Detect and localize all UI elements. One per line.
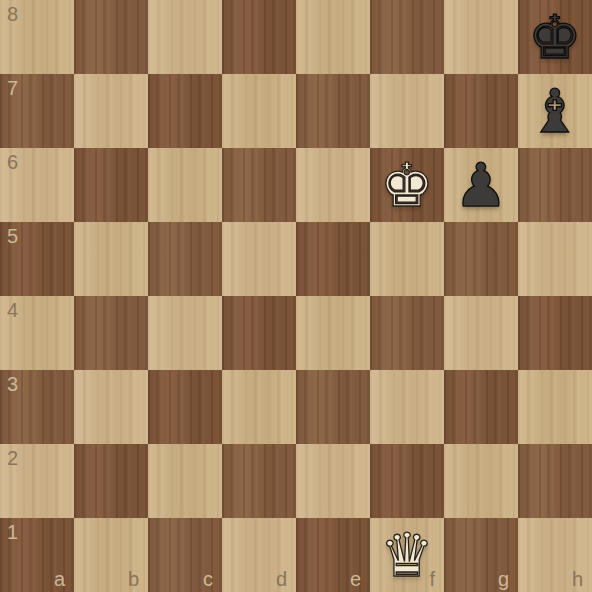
square-g4[interactable]	[444, 296, 518, 370]
square-f7[interactable]	[370, 74, 444, 148]
square-e5[interactable]	[296, 222, 370, 296]
square-e1[interactable]: e	[296, 518, 370, 592]
square-g1[interactable]: g	[444, 518, 518, 592]
square-h5[interactable]	[518, 222, 592, 296]
square-c6[interactable]	[148, 148, 222, 222]
piece-black-pawn-g6[interactable]: ♟	[444, 148, 518, 222]
square-a3[interactable]: 3	[0, 370, 74, 444]
square-c2[interactable]	[148, 444, 222, 518]
chess-board: 8♚7♝6♚♟54321abcdef♛gh	[0, 0, 592, 592]
square-d2[interactable]	[222, 444, 296, 518]
rank-label-6: 6	[7, 152, 18, 172]
square-g6[interactable]: ♟	[444, 148, 518, 222]
square-f4[interactable]	[370, 296, 444, 370]
square-d6[interactable]	[222, 148, 296, 222]
file-label-e: e	[350, 569, 361, 589]
square-f8[interactable]	[370, 0, 444, 74]
file-label-g: g	[498, 569, 509, 589]
square-g5[interactable]	[444, 222, 518, 296]
square-b4[interactable]	[74, 296, 148, 370]
square-h3[interactable]	[518, 370, 592, 444]
square-g3[interactable]	[444, 370, 518, 444]
square-h4[interactable]	[518, 296, 592, 370]
rank-label-8: 8	[7, 4, 18, 24]
rank-label-5: 5	[7, 226, 18, 246]
rank-label-1: 1	[7, 522, 18, 542]
square-b7[interactable]	[74, 74, 148, 148]
square-c7[interactable]	[148, 74, 222, 148]
chess-board-wrap: 8♚7♝6♚♟54321abcdef♛gh	[0, 0, 592, 592]
square-a8[interactable]: 8	[0, 0, 74, 74]
rank-label-3: 3	[7, 374, 18, 394]
square-c4[interactable]	[148, 296, 222, 370]
square-b3[interactable]	[74, 370, 148, 444]
square-d3[interactable]	[222, 370, 296, 444]
square-h7[interactable]: ♝	[518, 74, 592, 148]
square-c8[interactable]	[148, 0, 222, 74]
square-a7[interactable]: 7	[0, 74, 74, 148]
square-d5[interactable]	[222, 222, 296, 296]
square-h1[interactable]: h	[518, 518, 592, 592]
square-h8[interactable]: ♚	[518, 0, 592, 74]
square-b8[interactable]	[74, 0, 148, 74]
square-c1[interactable]: c	[148, 518, 222, 592]
square-g7[interactable]	[444, 74, 518, 148]
square-b6[interactable]	[74, 148, 148, 222]
square-f6[interactable]: ♚	[370, 148, 444, 222]
square-d8[interactable]	[222, 0, 296, 74]
square-e2[interactable]	[296, 444, 370, 518]
square-c3[interactable]	[148, 370, 222, 444]
square-g2[interactable]	[444, 444, 518, 518]
rank-label-4: 4	[7, 300, 18, 320]
square-d4[interactable]	[222, 296, 296, 370]
file-label-b: b	[128, 569, 139, 589]
square-a5[interactable]: 5	[0, 222, 74, 296]
square-g8[interactable]	[444, 0, 518, 74]
square-b5[interactable]	[74, 222, 148, 296]
rank-label-2: 2	[7, 448, 18, 468]
file-label-a: a	[54, 569, 65, 589]
piece-white-queen-f1[interactable]: ♛	[370, 518, 444, 592]
square-c5[interactable]	[148, 222, 222, 296]
square-a6[interactable]: 6	[0, 148, 74, 222]
square-a1[interactable]: 1a	[0, 518, 74, 592]
piece-black-bishop-h7[interactable]: ♝	[518, 74, 592, 148]
square-e6[interactable]	[296, 148, 370, 222]
square-f5[interactable]	[370, 222, 444, 296]
rank-label-7: 7	[7, 78, 18, 98]
piece-black-king-h8[interactable]: ♚	[518, 0, 592, 74]
file-label-c: c	[203, 569, 213, 589]
square-e7[interactable]	[296, 74, 370, 148]
square-a4[interactable]: 4	[0, 296, 74, 370]
square-h6[interactable]	[518, 148, 592, 222]
piece-white-king-f6[interactable]: ♚	[370, 148, 444, 222]
square-d1[interactable]: d	[222, 518, 296, 592]
square-f1[interactable]: f♛	[370, 518, 444, 592]
file-label-h: h	[572, 569, 583, 589]
square-b2[interactable]	[74, 444, 148, 518]
square-e3[interactable]	[296, 370, 370, 444]
square-a2[interactable]: 2	[0, 444, 74, 518]
square-f2[interactable]	[370, 444, 444, 518]
file-label-d: d	[276, 569, 287, 589]
square-d7[interactable]	[222, 74, 296, 148]
square-b1[interactable]: b	[74, 518, 148, 592]
square-e4[interactable]	[296, 296, 370, 370]
square-e8[interactable]	[296, 0, 370, 74]
square-f3[interactable]	[370, 370, 444, 444]
square-h2[interactable]	[518, 444, 592, 518]
